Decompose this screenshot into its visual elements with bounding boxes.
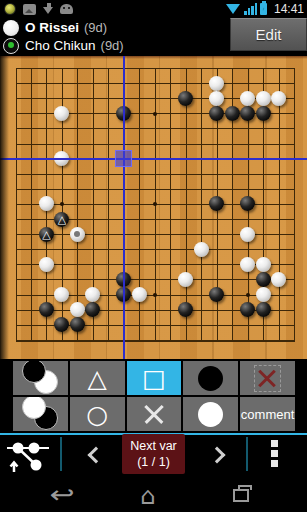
player-white-name: O Rissei: [25, 20, 79, 35]
triangle-icon: △: [88, 366, 107, 391]
tool-white-to-play[interactable]: [13, 397, 68, 431]
nav-divider-right: [246, 437, 248, 471]
white-stone: [132, 287, 147, 302]
app-screen: 14:41 O Rissei (9d) Cho Chikun (9d) Edit…: [0, 0, 307, 512]
white-stone: [209, 76, 224, 91]
white-stone-icon: [198, 402, 223, 427]
tool-black-stone[interactable]: [183, 361, 238, 395]
next-move-button[interactable]: [209, 447, 226, 464]
player-black-rank: (9d): [101, 38, 124, 53]
player-white-row: O Rissei (9d): [3, 18, 107, 37]
black-stone: [256, 302, 271, 317]
triangle-annotation: △: [54, 212, 69, 227]
black-stone: [209, 106, 224, 121]
player-black-row: Cho Chikun (9d): [3, 36, 124, 55]
nav-divider-left: [60, 437, 62, 471]
system-bar: ↩ ⌂: [0, 480, 307, 512]
tool-cross-mark[interactable]: [127, 397, 182, 431]
tool-delete[interactable]: [240, 361, 295, 395]
triangle-annotation: △: [39, 227, 54, 242]
tool-white-stone[interactable]: [183, 397, 238, 431]
tool-triangle-mark[interactable]: △: [70, 361, 125, 395]
tool-circle-mark[interactable]: ○: [70, 397, 125, 431]
cursor-vertical-line: [123, 56, 125, 359]
black-stone: [256, 106, 271, 121]
white-stone: [209, 91, 224, 106]
home-icon[interactable]: ⌂: [140, 482, 155, 510]
white-stone: [256, 257, 271, 272]
download-icon: [43, 3, 54, 15]
black-stone: [225, 106, 240, 121]
black-stone: [178, 91, 193, 106]
white-stone-icon: [3, 20, 19, 36]
delete-cross-icon: [254, 365, 281, 392]
signal-icon: [244, 3, 257, 15]
overflow-menu-icon[interactable]: [271, 440, 278, 470]
tool-black-to-play[interactable]: [13, 361, 68, 395]
gallery-icon: [23, 4, 36, 15]
white-stone: [256, 91, 271, 106]
white-stone: [271, 272, 286, 287]
tool-comment[interactable]: comment: [240, 397, 295, 431]
tool-square-mark-selected[interactable]: □: [127, 361, 182, 395]
square-icon: □: [142, 366, 166, 391]
white-stone: [240, 227, 255, 242]
circle-icon: ○: [86, 402, 108, 427]
wifi-icon: [226, 4, 240, 14]
go-board[interactable]: △△: [0, 56, 307, 359]
black-stone: [256, 272, 271, 287]
android-icon: [60, 4, 73, 14]
battery-icon: [260, 3, 267, 15]
player-black-name: Cho Chikun: [25, 38, 96, 53]
next-var-count: (1 / 1): [122, 454, 185, 470]
black-stone: [39, 302, 54, 317]
black-stone: [70, 317, 85, 332]
move-tree-icon[interactable]: [5, 438, 51, 474]
status-bar: 14:41: [0, 0, 307, 18]
move-nav-bar: Next var (1 / 1): [0, 435, 307, 477]
white-stone: [178, 272, 193, 287]
next-var-label: Next var: [122, 438, 185, 454]
player-white-rank: (9d): [84, 20, 107, 35]
next-var-button[interactable]: Next var (1 / 1): [122, 434, 185, 474]
back-icon[interactable]: ↩: [49, 481, 74, 509]
prev-move-button[interactable]: [88, 447, 105, 464]
edit-button[interactable]: Edit: [230, 18, 307, 51]
cursor-horizontal-line: [0, 158, 307, 160]
tool-grid: △ □ ○ comm: [13, 361, 295, 431]
white-stone: [240, 257, 255, 272]
clock: 14:41: [274, 2, 304, 16]
cursor-square[interactable]: [115, 150, 132, 167]
black-stone-icon: [198, 366, 223, 391]
app-icon: [4, 3, 16, 15]
white-stone: [70, 302, 85, 317]
black-stone-to-move-icon: [3, 38, 19, 54]
tool-palette: △ □ ○ comm: [0, 359, 307, 433]
white-stone: [240, 91, 255, 106]
black-stone: [240, 106, 255, 121]
white-stone: [194, 242, 209, 257]
cross-icon: [141, 401, 167, 427]
comment-label: comment: [241, 407, 294, 422]
recents-icon[interactable]: [233, 489, 249, 502]
white-stone: [271, 91, 286, 106]
white-stone: [256, 287, 271, 302]
white-stone: [39, 257, 54, 272]
